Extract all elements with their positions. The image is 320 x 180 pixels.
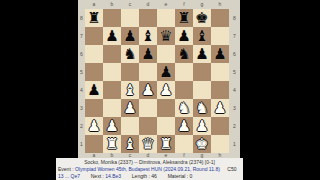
- square-f3[interactable]: ♞: [175, 99, 193, 117]
- white-pawn-g2: ♟: [195, 117, 208, 135]
- square-d6[interactable]: ♟: [139, 45, 157, 63]
- square-b1[interactable]: ♜: [103, 135, 121, 153]
- next-move: 14.Be3: [105, 173, 121, 179]
- players-line: Socko, Monika (2337) -- Dimitrova, Aleks…: [56, 158, 243, 166]
- square-b6[interactable]: [103, 45, 121, 63]
- square-c1[interactable]: ♝: [121, 135, 139, 153]
- square-d1[interactable]: ♛: [139, 135, 157, 153]
- rank-label-1: 1: [229, 135, 240, 153]
- square-f5[interactable]: [175, 63, 193, 81]
- white-pawn-b2: ♟: [105, 117, 118, 135]
- rank-label-8: 8: [78, 9, 85, 27]
- square-b8[interactable]: [103, 9, 121, 27]
- chess-board: ♜♜♚♟♟♝♛♟♝♞♟♞♟♟♟♟♝♟♟♟♞♞♟♟♟♟♟♜♝♛♜♚: [85, 9, 229, 153]
- square-c4[interactable]: ♝: [121, 81, 139, 99]
- file-label-g: g: [193, 0, 211, 9]
- rank-labels-left: 87654321: [78, 9, 85, 153]
- square-a8[interactable]: ♜: [85, 9, 103, 27]
- white-pawn-a2: ♟: [87, 117, 100, 135]
- rank-label-4: 4: [78, 81, 85, 99]
- square-h8[interactable]: [211, 9, 229, 27]
- file-label-a: a: [85, 0, 103, 9]
- square-e8[interactable]: [157, 9, 175, 27]
- white-pawn-f2: ♟: [177, 117, 190, 135]
- square-d2[interactable]: [139, 117, 157, 135]
- square-g3[interactable]: ♞: [193, 99, 211, 117]
- square-e4[interactable]: ♟: [157, 81, 175, 99]
- board-panel: abcdefgh 87654321 87654321 ♜♜♚♟♟♝♛♟♝♞♟♞♟…: [78, 0, 240, 158]
- black-pawn-h6: ♟: [213, 45, 226, 63]
- square-f1[interactable]: [175, 135, 193, 153]
- file-label-e: e: [157, 0, 175, 9]
- square-f4[interactable]: [175, 81, 193, 99]
- square-e1[interactable]: ♜: [157, 135, 175, 153]
- rank-label-2: 2: [229, 117, 240, 135]
- square-b4[interactable]: [103, 81, 121, 99]
- square-c6[interactable]: ♞: [121, 45, 139, 63]
- square-h5[interactable]: [211, 63, 229, 81]
- square-e2[interactable]: [157, 117, 175, 135]
- file-labels-top: abcdefgh: [85, 0, 229, 9]
- rank-label-6: 6: [78, 45, 85, 63]
- file-label-b: b: [103, 0, 121, 9]
- rank-label-7: 7: [78, 27, 85, 45]
- event-label: Event :: [58, 166, 74, 172]
- rank-label-3: 3: [229, 99, 240, 117]
- square-g6[interactable]: ♟: [193, 45, 211, 63]
- square-e3[interactable]: [157, 99, 175, 117]
- file-label-f: f: [175, 0, 193, 9]
- square-h4[interactable]: [211, 81, 229, 99]
- square-c2[interactable]: [121, 117, 139, 135]
- black-pawn-b7: ♟: [105, 27, 118, 45]
- white-bishop-c4: ♝: [123, 81, 136, 99]
- white-king-g1: ♚: [195, 135, 208, 153]
- square-a2[interactable]: ♟: [85, 117, 103, 135]
- moves-line: 13 ... Qe7 Next : 14.Be3 Length : 46 Mat…: [56, 173, 243, 180]
- eco-code: C50: [221, 166, 236, 172]
- file-label-h: h: [211, 0, 229, 9]
- square-f7[interactable]: ♟: [175, 27, 193, 45]
- black-knight-f6: ♞: [177, 45, 190, 63]
- black-knight-c6: ♞: [123, 45, 136, 63]
- black-pawn-d6: ♟: [141, 45, 154, 63]
- square-h1[interactable]: [211, 135, 229, 153]
- rank-label-1: 1: [78, 135, 85, 153]
- square-e6[interactable]: [157, 45, 175, 63]
- event-link[interactable]: Olympiad Women 45th, Budapest HUN (2024.…: [75, 166, 220, 172]
- square-a6[interactable]: [85, 45, 103, 63]
- event-line: Event : Olympiad Women 45th, Budapest HU…: [56, 166, 243, 173]
- square-b3[interactable]: [103, 99, 121, 117]
- white-queen-d1: ♛: [141, 135, 154, 153]
- rank-label-5: 5: [78, 63, 85, 81]
- file-label-c: c: [121, 0, 139, 9]
- rank-label-6: 6: [229, 45, 240, 63]
- rank-label-4: 4: [229, 81, 240, 99]
- square-c5[interactable]: [121, 63, 139, 81]
- length-value: 46: [151, 173, 157, 179]
- square-f8[interactable]: ♜: [175, 9, 193, 27]
- square-b2[interactable]: ♟: [103, 117, 121, 135]
- rank-label-2: 2: [78, 117, 85, 135]
- square-b5[interactable]: [103, 63, 121, 81]
- square-d3[interactable]: [139, 99, 157, 117]
- square-g2[interactable]: ♟: [193, 117, 211, 135]
- rank-label-3: 3: [78, 99, 85, 117]
- white-bishop-c1: ♝: [123, 135, 136, 153]
- white-pawn-h3: ♟: [213, 99, 226, 117]
- length-label: Length :: [132, 173, 150, 179]
- square-g1[interactable]: ♚: [193, 135, 211, 153]
- white-pawn-d4: ♟: [141, 81, 154, 99]
- rank-label-5: 5: [229, 63, 240, 81]
- square-g7[interactable]: ♝: [193, 27, 211, 45]
- square-e7[interactable]: ♛: [157, 27, 175, 45]
- square-a4[interactable]: ♟: [85, 81, 103, 99]
- black-pawn-g6: ♟: [195, 45, 208, 63]
- rank-labels-right: 87654321: [229, 9, 240, 153]
- square-d4[interactable]: ♟: [139, 81, 157, 99]
- square-c3[interactable]: ♟: [121, 99, 139, 117]
- square-g5[interactable]: [193, 63, 211, 81]
- square-h3[interactable]: ♟: [211, 99, 229, 117]
- square-d5[interactable]: [139, 63, 157, 81]
- black-pawn-e5: ♟: [159, 63, 172, 81]
- white-pawn-e4: ♟: [159, 81, 172, 99]
- square-e5[interactable]: ♟: [157, 63, 175, 81]
- black-king-g8: ♚: [195, 9, 208, 27]
- rank-label-8: 8: [229, 9, 240, 27]
- square-h2[interactable]: [211, 117, 229, 135]
- square-b7[interactable]: ♟: [103, 27, 121, 45]
- black-rook-f8: ♜: [177, 9, 190, 27]
- black-pawn-f7: ♟: [177, 27, 190, 45]
- white-rook-b1: ♜: [105, 135, 118, 153]
- white-knight-f3: ♞: [177, 99, 190, 117]
- white-pawn-c3: ♟: [123, 99, 136, 117]
- black-queen-e7: ♛: [159, 27, 172, 45]
- square-h6[interactable]: ♟: [211, 45, 229, 63]
- square-h7[interactable]: [211, 27, 229, 45]
- square-d7[interactable]: ♝: [139, 27, 157, 45]
- black-rook-a8: ♜: [87, 9, 100, 27]
- square-a1[interactable]: [85, 135, 103, 153]
- square-a3[interactable]: [85, 99, 103, 117]
- square-c8[interactable]: [121, 9, 139, 27]
- square-g4[interactable]: [193, 81, 211, 99]
- square-f2[interactable]: ♟: [175, 117, 193, 135]
- black-pawn-a4: ♟: [87, 81, 100, 99]
- move-played: 13 ... Qe7: [58, 173, 80, 179]
- square-f6[interactable]: ♞: [175, 45, 193, 63]
- square-g8[interactable]: ♚: [193, 9, 211, 27]
- material-label: Material :: [168, 173, 189, 179]
- square-a5[interactable]: [85, 63, 103, 81]
- square-d8[interactable]: [139, 9, 157, 27]
- next-label: Next :: [91, 173, 104, 179]
- caption-bar: Socko, Monika (2337) -- Dimitrova, Aleks…: [56, 158, 243, 180]
- white-rook-e1: ♜: [159, 135, 172, 153]
- black-bishop-g7: ♝: [195, 27, 208, 45]
- file-label-d: d: [139, 0, 157, 9]
- black-bishop-d7: ♝: [141, 27, 154, 45]
- rank-label-7: 7: [229, 27, 240, 45]
- square-c7[interactable]: ♟: [121, 27, 139, 45]
- material-value: 0: [190, 173, 193, 179]
- white-knight-g3: ♞: [195, 99, 208, 117]
- black-pawn-c7: ♟: [123, 27, 136, 45]
- square-a7[interactable]: [85, 27, 103, 45]
